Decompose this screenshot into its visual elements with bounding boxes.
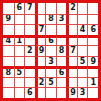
cell-r4c4[interactable] <box>35 35 46 46</box>
cell-r3c8: 4 <box>77 24 88 35</box>
sudoku-board: 6729837464162987359856251693 <box>0 0 101 101</box>
cell-r9c5[interactable] <box>45 87 56 98</box>
cell-r9c1[interactable] <box>3 87 14 98</box>
cell-r6c9: 9 <box>87 56 98 67</box>
cell-r8c1[interactable] <box>3 77 14 88</box>
cell-r1c7: 2 <box>66 3 77 14</box>
cell-r2c6: 3 <box>56 14 67 25</box>
cell-r2c8[interactable] <box>77 14 88 25</box>
cell-r6c8: 5 <box>77 56 88 67</box>
cell-r5c2[interactable] <box>14 45 25 56</box>
cell-r7c8[interactable] <box>77 66 88 77</box>
cell-r8c2[interactable] <box>14 77 25 88</box>
cell-r9c2[interactable] <box>14 87 25 98</box>
cell-r8c5: 5 <box>45 77 56 88</box>
cell-r6c6[interactable] <box>56 56 67 67</box>
cell-r1c8[interactable] <box>77 3 88 14</box>
cell-r9c4[interactable] <box>35 87 46 98</box>
cell-r7c9[interactable] <box>87 66 98 77</box>
cell-r1c9[interactable] <box>87 3 98 14</box>
cell-r3c3[interactable] <box>24 24 35 35</box>
cell-r8c6[interactable] <box>56 77 67 88</box>
cell-r2c3[interactable] <box>24 14 35 25</box>
cell-r2c7[interactable] <box>66 14 77 25</box>
cell-r1c6[interactable] <box>56 3 67 14</box>
cell-r5c5[interactable] <box>45 45 56 56</box>
cell-r6c4[interactable] <box>35 56 46 67</box>
cell-r5c7: 7 <box>66 45 77 56</box>
cell-r1c5[interactable] <box>45 3 56 14</box>
cell-r3c6[interactable] <box>56 24 67 35</box>
cell-r9c6[interactable] <box>56 87 67 98</box>
cell-r1c1[interactable] <box>3 3 14 14</box>
cell-r5c4: 9 <box>35 45 46 56</box>
cell-r8c3[interactable] <box>24 77 35 88</box>
cell-r4c6[interactable] <box>56 35 67 46</box>
cell-r6c1[interactable] <box>3 56 14 67</box>
cell-r3c1[interactable] <box>3 24 14 35</box>
cell-r3c9: 6 <box>87 24 98 35</box>
cell-r7c3[interactable] <box>24 66 35 77</box>
cell-r6c5: 3 <box>45 56 56 67</box>
cell-r2c4[interactable] <box>35 14 46 25</box>
cell-r7c7[interactable] <box>66 66 77 77</box>
cell-r4c8[interactable] <box>77 35 88 46</box>
cell-r4c2: 1 <box>14 35 25 46</box>
cell-r2c5: 8 <box>45 14 56 25</box>
cell-r9c8: 3 <box>77 87 88 98</box>
cell-r7c5[interactable] <box>45 66 56 77</box>
cell-r1c3: 7 <box>24 3 35 14</box>
cell-r9c7: 9 <box>66 87 77 98</box>
cell-r3c5[interactable] <box>45 24 56 35</box>
cell-r3c2[interactable] <box>14 24 25 35</box>
cell-r6c3[interactable] <box>24 56 35 67</box>
cell-r4c3[interactable] <box>24 35 35 46</box>
cell-r2c1: 9 <box>3 14 14 25</box>
cell-r8c8[interactable] <box>77 77 88 88</box>
cell-r9c3: 6 <box>24 87 35 98</box>
cell-r7c1: 8 <box>3 66 14 77</box>
cell-r7c4[interactable] <box>35 66 46 77</box>
cell-r2c2[interactable] <box>14 14 25 25</box>
cell-r4c5: 6 <box>45 35 56 46</box>
cell-r1c4[interactable] <box>35 3 46 14</box>
cell-r3c7[interactable] <box>66 24 77 35</box>
cell-r5c6: 8 <box>56 45 67 56</box>
cell-r4c7[interactable] <box>66 35 77 46</box>
cell-r4c1: 4 <box>3 35 14 46</box>
cell-r5c1[interactable] <box>3 45 14 56</box>
cell-r1c2: 6 <box>14 3 25 14</box>
cell-r3c4: 7 <box>35 24 46 35</box>
cell-r4c9[interactable] <box>87 35 98 46</box>
cell-r2c9[interactable] <box>87 14 98 25</box>
cell-r5c8[interactable] <box>77 45 88 56</box>
cell-r9c9[interactable] <box>87 87 98 98</box>
cell-r8c9: 1 <box>87 77 98 88</box>
cell-r7c6: 6 <box>56 66 67 77</box>
cell-r8c7[interactable] <box>66 77 77 88</box>
cell-r8c4: 2 <box>35 77 46 88</box>
cell-r5c3: 2 <box>24 45 35 56</box>
cell-r5c9[interactable] <box>87 45 98 56</box>
cell-r6c2[interactable] <box>14 56 25 67</box>
cell-r6c7[interactable] <box>66 56 77 67</box>
cell-r7c2: 5 <box>14 66 25 77</box>
